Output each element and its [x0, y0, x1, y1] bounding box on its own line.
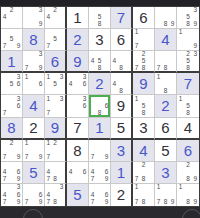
player-digit: 1 — [95, 120, 103, 135]
note-digit: 7 — [155, 65, 162, 72]
given-digit: 8 — [73, 143, 81, 158]
pencil-notes: 346 — [67, 73, 88, 94]
cell-r6c7[interactable]: 3 — [133, 118, 155, 140]
cell-r8c9[interactable]: 289 — [177, 162, 199, 184]
player-digit: 9 — [139, 76, 147, 91]
pencil-notes: 679 — [23, 184, 44, 206]
note-digit: 4 — [45, 14, 52, 21]
player-digit: 9 — [73, 54, 81, 69]
player-digit: 9 — [51, 120, 59, 135]
note-digit: 7 — [45, 176, 52, 183]
given-digit: 5 — [161, 143, 169, 158]
given-digit: 1 — [73, 10, 81, 25]
cell-r6c2[interactable]: 2 — [23, 118, 45, 140]
note-digit: 9 — [169, 21, 176, 28]
given-digit: 2 — [29, 120, 37, 135]
pencil-notes: 158 — [177, 95, 199, 116]
note-digit: 2 — [8, 7, 15, 14]
cell-r3c7[interactable]: 2578 — [133, 51, 155, 73]
given-digit: 9 — [117, 98, 125, 113]
cell-r2c9[interactable]: 19 — [177, 29, 199, 51]
cell-r1c3[interactable]: 24 — [45, 7, 67, 29]
note-digit: 7 — [89, 199, 96, 206]
note-digit: 9 — [103, 176, 110, 183]
cell-r3c9[interactable]: 2358 — [177, 51, 199, 73]
cell-r4c6[interactable]: 48 — [111, 73, 133, 95]
cell-r6c4[interactable]: 7 — [67, 118, 89, 140]
player-digit: 4 — [29, 98, 37, 113]
note-digit: 7 — [23, 154, 30, 161]
player-digit: 7 — [117, 10, 125, 25]
note-digit: 6 — [81, 102, 88, 109]
cell-r5c3[interactable]: 137 — [45, 95, 67, 117]
sudoku-board: 2439241587689358957985723617419137969458… — [0, 6, 200, 207]
note-digit: 8 — [184, 65, 191, 72]
selected-cell-r5c5[interactable]: 68 — [89, 95, 111, 117]
note-digit: 2 — [184, 162, 191, 169]
toolbar-circle-button-right[interactable] — [182, 209, 200, 218]
note-digit: 7 — [89, 176, 96, 183]
cell-r2c5[interactable]: 3 — [89, 29, 111, 51]
cell-r7c1[interactable]: 279 — [1, 140, 23, 162]
pencil-notes: 4679 — [89, 162, 110, 183]
cell-r8c7[interactable]: 278 — [133, 162, 155, 184]
cell-r2c2[interactable]: 8 — [23, 29, 45, 51]
note-digit: 9 — [192, 199, 199, 206]
cell-r9c1[interactable]: 34679 — [1, 184, 23, 206]
note-digit: 1 — [23, 140, 30, 147]
note-digit: 7 — [1, 199, 8, 206]
cell-r8c3[interactable]: 478 — [45, 162, 67, 184]
cell-r4c2[interactable]: 16 — [23, 73, 45, 95]
note-digit: 1 — [155, 184, 162, 191]
cell-r5c4[interactable]: 36 — [67, 95, 89, 117]
player-digit: 1 — [7, 54, 15, 69]
note-digit: 9 — [15, 176, 22, 183]
pencil-notes: 3478 — [45, 184, 65, 206]
note-digit: 1 — [133, 184, 140, 191]
cell-r3c2[interactable]: 379 — [23, 51, 45, 73]
player-digit: 1 — [117, 165, 125, 180]
pencil-notes: 579 — [1, 29, 22, 50]
cell-r3c8[interactable]: 78 — [155, 51, 177, 73]
cell-r7c5[interactable]: 79 — [89, 140, 111, 162]
note-digit: 7 — [45, 154, 52, 161]
pencil-notes: 137 — [45, 95, 65, 116]
pencil-notes: 57 — [45, 29, 65, 50]
player-digit: 5 — [73, 187, 81, 202]
note-digit: 4 — [111, 80, 118, 87]
note-digit: 1 — [177, 29, 184, 36]
cell-r9c8[interactable]: 1789 — [155, 184, 177, 206]
note-digit: 8 — [140, 176, 147, 183]
cell-r1c9[interactable]: 3589 — [177, 7, 199, 29]
given-digit: 6 — [117, 32, 125, 47]
pencil-notes: 1789 — [155, 184, 176, 206]
note-digit: 3 — [192, 7, 199, 14]
note-digit: 9 — [37, 21, 44, 28]
note-digit: 2 — [52, 7, 59, 14]
pencil-notes: 17 — [133, 29, 154, 50]
note-digit: 8 — [162, 87, 169, 94]
note-digit: 7 — [1, 154, 8, 161]
note-digit: 8 — [118, 87, 125, 94]
note-digit: 4 — [67, 80, 74, 87]
pencil-notes: 36 — [67, 95, 88, 116]
note-digit: 8 — [184, 199, 191, 206]
cell-r7c6[interactable]: 3 — [111, 140, 133, 162]
cell-r1c7[interactable]: 6 — [133, 7, 155, 29]
note-digit: 1 — [45, 140, 52, 147]
cell-r8c6[interactable]: 1 — [111, 162, 133, 184]
cell-r4c8[interactable]: 18 — [155, 73, 177, 95]
pencil-notes: 2578 — [133, 51, 154, 71]
note-digit: 8 — [96, 110, 103, 117]
pencil-notes: 458 — [89, 51, 110, 71]
note-digit: 9 — [103, 154, 110, 161]
cell-r4c5[interactable]: 2 — [89, 73, 111, 95]
note-digit: 7 — [133, 199, 140, 206]
cell-r5c1[interactable]: 367 — [1, 95, 23, 117]
cell-r5c7[interactable]: 158 — [133, 95, 155, 117]
note-digit: 9 — [37, 154, 44, 161]
note-digit: 1 — [133, 95, 140, 102]
note-digit: 3 — [192, 51, 199, 58]
pencil-notes: 68 — [89, 95, 110, 116]
player-digit: 3 — [117, 143, 125, 158]
pencil-notes: 34679 — [1, 184, 22, 206]
player-digit: 2 — [161, 98, 169, 113]
pencil-notes: 356 — [1, 73, 22, 94]
pencil-notes: 189 — [177, 184, 199, 206]
note-digit: 7 — [45, 110, 52, 117]
given-digit: 4 — [184, 120, 192, 135]
note-digit: 8 — [96, 21, 103, 28]
cell-r6c5[interactable]: 1 — [89, 118, 111, 140]
note-digit: 3 — [58, 184, 65, 191]
note-digit: 6 — [103, 102, 110, 109]
cell-r9c9[interactable]: 189 — [177, 184, 199, 206]
note-digit: 3 — [37, 7, 44, 14]
pencil-notes: 135 — [45, 73, 65, 94]
note-digit: 8 — [184, 21, 191, 28]
bottom-toolbar — [0, 207, 200, 218]
pencil-notes: 3589 — [177, 7, 199, 28]
cell-r5c2[interactable]: 4 — [23, 95, 45, 117]
note-digit: 8 — [184, 110, 191, 117]
note-digit: 8 — [52, 199, 59, 206]
cell-r9c7[interactable]: 178 — [133, 184, 155, 206]
note-digit: 7 — [89, 154, 96, 161]
cell-r7c9[interactable]: 6 — [177, 140, 199, 162]
pencil-notes: 4679 — [1, 162, 22, 183]
player-digit: 6 — [51, 54, 59, 69]
given-digit: 2 — [117, 187, 125, 202]
pencil-notes: 19 — [177, 29, 199, 50]
cell-r8c1[interactable]: 4679 — [1, 162, 23, 184]
pencil-notes: 24 — [45, 7, 65, 28]
note-digit: 1 — [45, 95, 52, 102]
cell-r9c5[interactable]: 4679 — [89, 184, 111, 206]
note-digit: 3 — [37, 51, 44, 58]
cell-r3c4[interactable]: 9 — [67, 51, 89, 73]
cell-r5c6[interactable]: 9 — [111, 95, 133, 117]
toolbar-circle-button-left[interactable] — [23, 209, 43, 218]
player-digit: 2 — [95, 76, 103, 91]
note-digit: 1 — [155, 73, 162, 80]
cell-r8c8[interactable]: 3 — [155, 162, 177, 184]
note-digit: 7 — [45, 43, 52, 50]
cell-r4c4[interactable]: 346 — [67, 73, 89, 95]
note-digit: 8 — [140, 110, 147, 117]
player-digit: 7 — [184, 76, 192, 91]
note-digit: 1 — [177, 184, 184, 191]
pencil-notes: 48 — [111, 73, 131, 94]
note-digit: 7 — [1, 110, 8, 117]
pencil-notes: 58 — [89, 7, 110, 28]
note-digit: 5 — [8, 80, 15, 87]
player-digit: 5 — [29, 165, 37, 180]
pencil-notes: 46 — [67, 162, 88, 183]
cell-r8c2[interactable]: 5 — [23, 162, 45, 184]
note-digit: 7 — [23, 65, 30, 72]
note-digit: 6 — [15, 102, 22, 109]
note-digit: 7 — [133, 43, 140, 50]
cell-r2c4[interactable]: 2 — [67, 29, 89, 51]
note-digit: 4 — [1, 14, 8, 21]
cell-r7c3[interactable]: 127 — [45, 140, 67, 162]
note-digit: 5 — [8, 36, 15, 43]
note-digit: 7 — [1, 43, 8, 50]
note-digit: 1 — [133, 29, 140, 36]
note-digit: 3 — [58, 95, 65, 102]
cell-r8c4[interactable]: 46 — [67, 162, 89, 184]
note-digit: 9 — [169, 199, 176, 206]
cell-r6c8[interactable]: 6 — [155, 118, 177, 140]
note-digit: 7 — [155, 199, 162, 206]
pencil-notes: 2358 — [177, 51, 199, 71]
note-digit: 4 — [89, 58, 96, 65]
note-digit: 8 — [140, 199, 147, 206]
cell-r5c8[interactable]: 2 — [155, 95, 177, 117]
cell-r9c2[interactable]: 679 — [23, 184, 45, 206]
pencil-notes: 24 — [1, 7, 22, 28]
cell-r7c8[interactable]: 5 — [155, 140, 177, 162]
note-digit: 3 — [58, 73, 65, 80]
cell-r7c2[interactable]: 179 — [23, 140, 45, 162]
note-digit: 5 — [52, 80, 59, 87]
note-digit: 6 — [37, 80, 44, 87]
note-digit: 8 — [52, 176, 59, 183]
cell-r1c6[interactable]: 7 — [111, 7, 133, 29]
pencil-notes: 178 — [133, 184, 154, 206]
given-digit: 3 — [139, 120, 147, 135]
player-digit: 3 — [161, 165, 169, 180]
cell-r7c7[interactable]: 4 — [133, 140, 155, 162]
cell-r9c6[interactable]: 2 — [111, 184, 133, 206]
pencil-notes: 79 — [89, 140, 110, 161]
note-digit: 8 — [184, 176, 191, 183]
pencil-notes: 18 — [155, 73, 176, 94]
cell-r9c4[interactable]: 5 — [67, 184, 89, 206]
cell-r3c6[interactable]: 48 — [111, 51, 133, 73]
sudoku-app-screen: 2439241587689358957985723617419137969458… — [0, 0, 200, 218]
pencil-notes: 16 — [23, 73, 44, 94]
note-digit: 4 — [67, 169, 74, 176]
cell-r6c6[interactable]: 5 — [111, 118, 133, 140]
cell-r2c6[interactable]: 6 — [111, 29, 133, 51]
note-digit: 2 — [8, 140, 15, 147]
note-digit: 9 — [15, 43, 22, 50]
note-digit: 9 — [192, 43, 199, 50]
cell-r2c3[interactable]: 57 — [45, 29, 67, 51]
note-digit: 9 — [15, 199, 22, 206]
note-digit: 7 — [1, 176, 8, 183]
given-digit: 5 — [117, 120, 125, 135]
cell-r6c1[interactable]: 8 — [1, 118, 23, 140]
note-digit: 6 — [81, 80, 88, 87]
player-digit: 6 — [184, 143, 192, 158]
note-digit: 7 — [45, 199, 52, 206]
cell-r6c9[interactable]: 4 — [177, 118, 199, 140]
cell-r6c3[interactable]: 9 — [45, 118, 67, 140]
cell-r3c3[interactable]: 6 — [45, 51, 67, 73]
note-digit: 2 — [140, 162, 147, 169]
note-digit: 6 — [15, 80, 22, 87]
cell-r5c9[interactable]: 158 — [177, 95, 199, 117]
note-digit: 9 — [37, 65, 44, 72]
player-digit: 8 — [7, 120, 15, 135]
pencil-notes: 478 — [45, 162, 65, 183]
player-digit: 2 — [73, 32, 81, 47]
note-digit: 9 — [15, 154, 22, 161]
cell-r3c1[interactable]: 1 — [1, 51, 23, 73]
pencil-notes: 78 — [155, 51, 176, 71]
pencil-notes: 179 — [23, 140, 44, 161]
note-digit: 9 — [192, 21, 199, 28]
player-digit: 4 — [161, 32, 169, 47]
note-digit: 2 — [52, 140, 59, 147]
note-digit: 7 — [23, 199, 30, 206]
cell-r4c7[interactable]: 9 — [133, 73, 155, 95]
note-digit: 9 — [37, 199, 44, 206]
given-digit: 6 — [139, 10, 147, 25]
pencil-notes: 89 — [155, 7, 176, 28]
pencil-notes: 278 — [133, 162, 154, 183]
note-digit: 1 — [177, 95, 184, 102]
cell-r1c4[interactable]: 1 — [67, 7, 89, 29]
cell-r1c8[interactable]: 89 — [155, 7, 177, 29]
given-digit: 3 — [95, 32, 103, 47]
note-digit: 8 — [162, 199, 169, 206]
note-digit: 9 — [103, 199, 110, 206]
note-digit: 8 — [162, 65, 169, 72]
cell-r2c7[interactable]: 17 — [133, 29, 155, 51]
pencil-notes: 379 — [23, 51, 44, 71]
note-digit: 7 — [133, 65, 140, 72]
note-digit: 8 — [96, 65, 103, 72]
note-digit: 9 — [192, 176, 199, 183]
pencil-notes: 158 — [133, 95, 154, 116]
cell-r3c5[interactable]: 458 — [89, 51, 111, 73]
note-digit: 7 — [133, 176, 140, 183]
note-digit: 4 — [111, 58, 118, 65]
cell-r1c5[interactable]: 58 — [89, 7, 111, 29]
cell-r4c9[interactable]: 7 — [177, 73, 199, 95]
cell-r2c1[interactable]: 579 — [1, 29, 23, 51]
cell-r2c8[interactable]: 4 — [155, 29, 177, 51]
cell-r1c2[interactable]: 39 — [23, 7, 45, 29]
pencil-notes: 4679 — [89, 184, 110, 206]
note-digit: 8 — [140, 65, 147, 72]
cell-r1c1[interactable]: 24 — [1, 7, 23, 29]
cell-r4c1[interactable]: 356 — [1, 73, 23, 95]
cell-r9c3[interactable]: 3478 — [45, 184, 67, 206]
cell-r8c5[interactable]: 4679 — [89, 162, 111, 184]
note-digit: 1 — [23, 73, 30, 80]
pencil-notes: 367 — [1, 95, 22, 116]
note-digit: 6 — [81, 169, 88, 176]
note-digit: 1 — [45, 73, 52, 80]
pencil-notes: 48 — [111, 51, 131, 71]
given-digit: 6 — [161, 120, 169, 135]
cell-r7c4[interactable]: 8 — [67, 140, 89, 162]
player-digit: 8 — [29, 32, 37, 47]
note-digit: 8 — [162, 21, 169, 28]
note-digit: 5 — [52, 36, 59, 43]
pencil-notes: 127 — [45, 140, 65, 161]
pencil-notes: 39 — [23, 7, 44, 28]
given-digit: 7 — [73, 120, 81, 135]
note-digit: 8 — [118, 65, 125, 72]
pencil-notes: 279 — [1, 140, 22, 161]
player-digit: 4 — [139, 143, 147, 158]
cell-r4c3[interactable]: 135 — [45, 73, 67, 95]
pencil-notes: 289 — [177, 162, 199, 183]
